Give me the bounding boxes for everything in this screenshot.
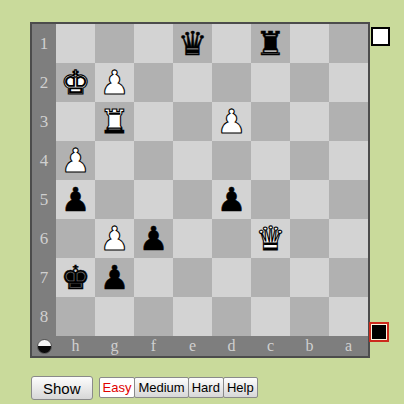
square-h3[interactable] <box>56 102 95 141</box>
square-g5[interactable] <box>95 180 134 219</box>
rank-label-7: 7 <box>32 258 56 297</box>
square-d7[interactable] <box>212 258 251 297</box>
square-d8[interactable] <box>212 297 251 336</box>
square-b2[interactable] <box>290 63 329 102</box>
square-c4[interactable] <box>251 141 290 180</box>
rank-label-6: 6 <box>32 219 56 258</box>
square-b5[interactable] <box>290 180 329 219</box>
rank-label-3: 3 <box>32 102 56 141</box>
black-pawn-h5[interactable]: ♟ <box>61 183 91 216</box>
square-f4[interactable] <box>134 141 173 180</box>
black-pawn-f6[interactable]: ♟ <box>139 222 169 255</box>
black-square-fill <box>372 325 386 339</box>
easy-button[interactable]: Easy <box>99 377 136 398</box>
file-label-g: g <box>95 336 134 356</box>
square-g4[interactable] <box>95 141 134 180</box>
square-f3[interactable] <box>134 102 173 141</box>
white-side-indicator[interactable] <box>371 27 390 46</box>
square-e2[interactable] <box>173 63 212 102</box>
black-rook-c1[interactable]: ♜ <box>256 27 286 60</box>
square-d5[interactable]: ♟ <box>212 180 251 219</box>
square-a1[interactable] <box>329 24 368 63</box>
file-label-a: a <box>329 336 368 356</box>
square-e4[interactable] <box>173 141 212 180</box>
square-h8[interactable] <box>56 297 95 336</box>
square-h4[interactable]: ♟ <box>56 141 95 180</box>
black-side-indicator[interactable] <box>369 322 389 342</box>
square-f5[interactable] <box>134 180 173 219</box>
square-g8[interactable] <box>95 297 134 336</box>
white-pawn-g2[interactable]: ♟ <box>100 66 130 99</box>
square-c5[interactable] <box>251 180 290 219</box>
square-c8[interactable] <box>251 297 290 336</box>
square-b7[interactable] <box>290 258 329 297</box>
white-king-h2[interactable]: ♚ <box>61 66 91 99</box>
show-button[interactable]: Show <box>31 376 93 400</box>
white-rook-g3[interactable]: ♜ <box>100 105 130 138</box>
square-f2[interactable] <box>134 63 173 102</box>
rank-label-4: 4 <box>32 141 56 180</box>
white-queen-c6[interactable]: ♛ <box>256 222 286 255</box>
file-label-f: f <box>134 336 173 356</box>
square-e8[interactable] <box>173 297 212 336</box>
square-f7[interactable] <box>134 258 173 297</box>
square-d2[interactable] <box>212 63 251 102</box>
file-label-c: c <box>251 336 290 356</box>
square-c1[interactable]: ♜ <box>251 24 290 63</box>
rank-label-5: 5 <box>32 180 56 219</box>
hard-button[interactable]: Hard <box>188 377 224 398</box>
square-a7[interactable] <box>329 258 368 297</box>
square-f8[interactable] <box>134 297 173 336</box>
square-d6[interactable] <box>212 219 251 258</box>
square-f1[interactable] <box>134 24 173 63</box>
square-b3[interactable] <box>290 102 329 141</box>
file-label-b: b <box>290 336 329 356</box>
rank-label-2: 2 <box>32 63 56 102</box>
square-b1[interactable] <box>290 24 329 63</box>
square-c2[interactable] <box>251 63 290 102</box>
square-b4[interactable] <box>290 141 329 180</box>
square-h7[interactable]: ♚ <box>56 258 95 297</box>
square-a4[interactable] <box>329 141 368 180</box>
white-pawn-d3[interactable]: ♟ <box>217 105 247 138</box>
rank-label-1: 1 <box>32 24 56 63</box>
help-button[interactable]: Help <box>223 377 258 398</box>
square-h6[interactable] <box>56 219 95 258</box>
black-pawn-d5[interactable]: ♟ <box>217 183 247 216</box>
square-c6[interactable]: ♛ <box>251 219 290 258</box>
white-pawn-g6[interactable]: ♟ <box>100 222 130 255</box>
white-pawn-h4[interactable]: ♟ <box>61 144 91 177</box>
rank-label-8: 8 <box>32 297 56 336</box>
black-king-h7[interactable]: ♚ <box>61 261 91 294</box>
puzzle-page: 1♛♜2♚♟3♜♟4♟5♟♟6♟♟♛7♚♟8hgfedcba ShowEasyM… <box>0 0 404 404</box>
turn-indicator-corner <box>32 336 56 356</box>
square-h1[interactable] <box>56 24 95 63</box>
square-e7[interactable] <box>173 258 212 297</box>
square-c7[interactable] <box>251 258 290 297</box>
square-g7[interactable]: ♟ <box>95 258 134 297</box>
square-a5[interactable] <box>329 180 368 219</box>
file-label-e: e <box>173 336 212 356</box>
square-a3[interactable] <box>329 102 368 141</box>
square-a2[interactable] <box>329 63 368 102</box>
turn-indicator-icon <box>37 339 52 354</box>
square-h2[interactable]: ♚ <box>56 63 95 102</box>
square-e1[interactable]: ♛ <box>173 24 212 63</box>
medium-button[interactable]: Medium <box>134 377 188 398</box>
black-queen-e1[interactable]: ♛ <box>178 27 208 60</box>
square-g6[interactable]: ♟ <box>95 219 134 258</box>
chess-board: 1♛♜2♚♟3♜♟4♟5♟♟6♟♟♛7♚♟8hgfedcba <box>30 22 370 358</box>
square-e6[interactable] <box>173 219 212 258</box>
square-e3[interactable] <box>173 102 212 141</box>
square-d3[interactable]: ♟ <box>212 102 251 141</box>
square-b8[interactable] <box>290 297 329 336</box>
file-label-d: d <box>212 336 251 356</box>
square-f6[interactable]: ♟ <box>134 219 173 258</box>
square-g3[interactable]: ♜ <box>95 102 134 141</box>
black-pawn-g7[interactable]: ♟ <box>100 261 130 294</box>
square-b6[interactable] <box>290 219 329 258</box>
square-e5[interactable] <box>173 180 212 219</box>
square-g1[interactable] <box>95 24 134 63</box>
square-d4[interactable] <box>212 141 251 180</box>
toolbar: ShowEasyMediumHardHelp <box>31 376 257 400</box>
square-g2[interactable]: ♟ <box>95 63 134 102</box>
square-a6[interactable] <box>329 219 368 258</box>
square-c3[interactable] <box>251 102 290 141</box>
file-label-h: h <box>56 336 95 356</box>
square-h5[interactable]: ♟ <box>56 180 95 219</box>
square-a8[interactable] <box>329 297 368 336</box>
square-d1[interactable] <box>212 24 251 63</box>
